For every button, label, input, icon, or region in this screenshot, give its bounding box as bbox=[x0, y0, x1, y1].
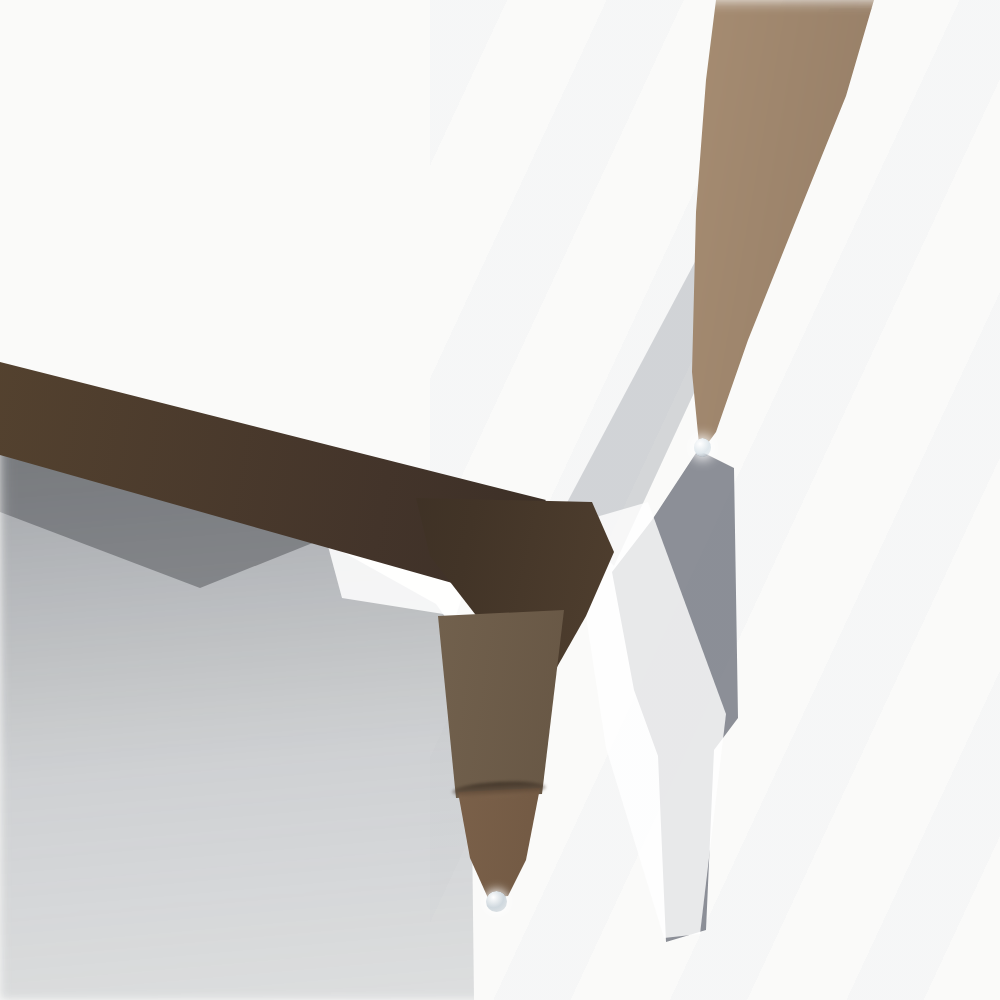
chess-table-photo bbox=[0, 0, 1000, 1000]
chess-pieces-layer bbox=[0, 0, 1000, 1000]
